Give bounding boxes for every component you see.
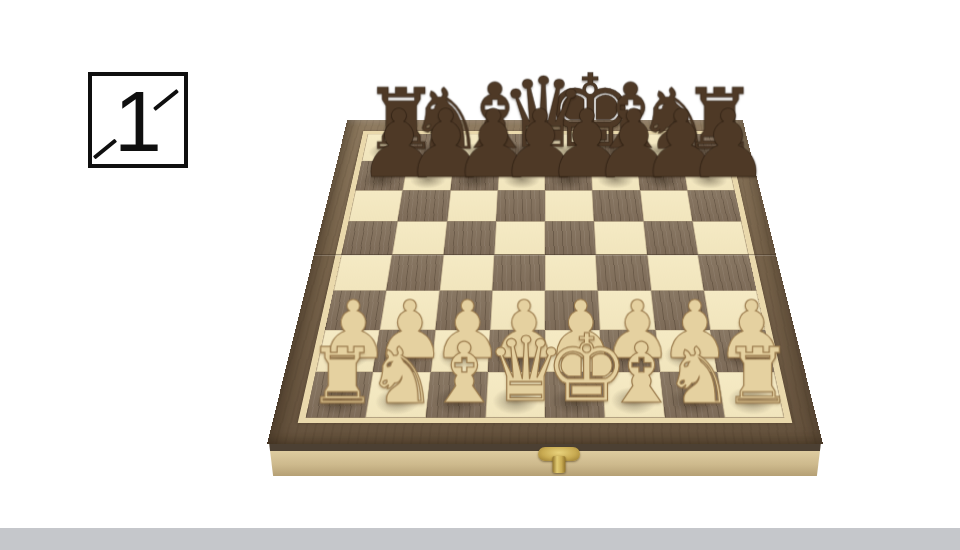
bottom-gray-bar [0, 528, 960, 550]
square-f6 [592, 190, 643, 221]
piece-white-bishop: ♝ [604, 332, 663, 415]
piece-black-pawn: ♟ [451, 97, 498, 191]
box-front-face [267, 444, 823, 476]
board-playing-field: ♜♞♝♛♚♝♞♜♟♟♟♟♟♟♟♟♟♟♟♟♟♟♟♟♜♞♝♛♚♝♞♜ [298, 131, 793, 423]
square-e5 [545, 221, 596, 254]
chess-set-photo: ♜♞♝♛♚♝♞♜♟♟♟♟♟♟♟♟♟♟♟♟♟♟♟♟♜♞♝♛♚♝♞♜ [267, 0, 823, 550]
square-f5 [594, 221, 647, 254]
square-a6 [349, 190, 403, 221]
square-a5 [341, 221, 397, 254]
piece-black-pawn: ♟ [357, 97, 404, 191]
square-g5 [643, 221, 698, 254]
piece-black-pawn: ♟ [545, 97, 592, 191]
piece-black-pawn: ♟ [404, 97, 451, 191]
square-c6 [447, 190, 498, 221]
piece-black-pawn: ♟ [592, 97, 639, 191]
piece-white-rook: ♜ [723, 338, 782, 415]
chess-board: ♜♞♝♛♚♝♞♜♟♟♟♟♟♟♟♟♟♟♟♟♟♟♟♟♜♞♝♛♚♝♞♜ [267, 120, 823, 444]
image-index-badge: 1 [88, 72, 188, 168]
piece-white-knight: ♞ [367, 338, 426, 415]
square-d7: ♟ [498, 161, 545, 190]
square-a7: ♟ [355, 161, 407, 190]
square-a1: ♜ [306, 372, 373, 418]
square-h7: ♟ [682, 161, 734, 190]
square-c5 [443, 221, 496, 254]
board-grid: ♜♞♝♛♚♝♞♜♟♟♟♟♟♟♟♟♟♟♟♟♟♟♟♟♜♞♝♛♚♝♞♜ [306, 134, 784, 418]
square-h6 [687, 190, 741, 221]
badge-number: 1 [92, 78, 184, 164]
square-f1: ♝ [602, 372, 664, 418]
square-b6 [398, 190, 450, 221]
product-photo-page: 1 ♜♞♝♛♚♝♞♜♟♟♟♟♟♟♟♟♟♟♟♟♟♟♟♟♜♞♝♛♚♝♞♜ [0, 0, 960, 550]
piece-black-pawn: ♟ [498, 97, 545, 191]
square-e6 [545, 190, 594, 221]
square-e7: ♟ [545, 161, 592, 190]
square-d6 [496, 190, 545, 221]
square-f7: ♟ [591, 161, 640, 190]
piece-white-knight: ♞ [664, 338, 723, 415]
piece-white-rook: ♜ [308, 338, 367, 415]
board-fold-seam [314, 254, 776, 255]
square-g6 [640, 190, 692, 221]
square-d5 [494, 221, 545, 254]
square-b7: ♟ [403, 161, 454, 190]
square-g1: ♞ [660, 372, 725, 418]
square-b1: ♞ [366, 372, 431, 418]
square-c7: ♟ [450, 161, 499, 190]
clasp-knob [553, 456, 566, 473]
square-h1: ♜ [717, 372, 784, 418]
square-b5 [392, 221, 447, 254]
square-g7: ♟ [637, 161, 688, 190]
square-h5 [692, 221, 748, 254]
piece-black-pawn: ♟ [686, 97, 733, 191]
brass-clasp [538, 447, 580, 461]
piece-black-pawn: ♟ [639, 97, 686, 191]
